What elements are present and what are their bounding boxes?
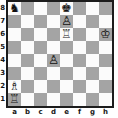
file-label-d: d [47,109,60,118]
white-rook[interactable]: ♖ [61,28,72,41]
square-f1[interactable] [73,93,86,106]
square-g8[interactable] [86,2,99,15]
square-c1[interactable] [34,93,47,106]
square-d3[interactable] [47,67,60,80]
square-d8[interactable] [47,2,60,15]
square-g3[interactable] [86,67,99,80]
file-label-b: b [21,109,34,118]
square-d2[interactable] [47,80,60,93]
square-h1[interactable] [99,93,112,106]
square-b2[interactable] [21,80,34,93]
square-f7[interactable] [73,15,86,28]
square-d1[interactable] [47,93,60,106]
square-d6[interactable] [47,28,60,41]
square-h7[interactable] [99,15,112,28]
square-g1[interactable] [86,93,99,106]
square-g2[interactable] [86,80,99,93]
square-e4[interactable] [60,54,73,67]
white-rook[interactable]: ♖ [9,93,20,106]
square-h5[interactable] [99,41,112,54]
square-a4[interactable] [8,54,21,67]
square-c8[interactable] [34,2,47,15]
square-b3[interactable] [21,67,34,80]
square-d7[interactable] [47,15,60,28]
file-label-e: e [60,109,73,118]
file-labels: abcdefgh [8,109,112,118]
square-f5[interactable] [73,41,86,54]
square-a6[interactable] [8,28,21,41]
square-c4[interactable] [34,54,47,67]
square-c3[interactable] [34,67,47,80]
square-e6[interactable]: ♖ [60,28,73,41]
square-c6[interactable] [34,28,47,41]
square-h6[interactable]: ♔ [99,28,112,41]
square-a5[interactable] [8,41,21,54]
square-f3[interactable] [73,67,86,80]
square-h3[interactable] [99,67,112,80]
square-h4[interactable] [99,54,112,67]
square-e1[interactable] [60,93,73,106]
square-b4[interactable] [21,54,34,67]
square-f6[interactable] [73,28,86,41]
square-g4[interactable] [86,54,99,67]
black-king[interactable]: ♚ [61,2,72,15]
square-g5[interactable] [86,41,99,54]
square-h2[interactable] [99,80,112,93]
white-pawn[interactable]: ♙ [48,54,59,67]
file-label-g: g [86,109,99,118]
square-b5[interactable] [21,41,34,54]
square-b7[interactable] [21,15,34,28]
square-f2[interactable] [73,80,86,93]
square-e2[interactable] [60,80,73,93]
square-d5[interactable] [47,41,60,54]
square-f8[interactable] [73,2,86,15]
square-a7[interactable] [8,15,21,28]
square-d4[interactable]: ♙ [47,54,60,67]
square-g7[interactable] [86,15,99,28]
square-e7[interactable]: ♙ [60,15,73,28]
square-b1[interactable] [21,93,34,106]
square-e8[interactable]: ♚ [60,2,73,15]
square-g6[interactable] [86,28,99,41]
square-a2[interactable]: ♗ [8,80,21,93]
white-bishop[interactable]: ♗ [9,80,20,93]
square-c5[interactable] [34,41,47,54]
square-c7[interactable] [34,15,47,28]
square-a3[interactable] [8,67,21,80]
file-label-c: c [34,109,47,118]
square-f4[interactable] [73,54,86,67]
square-e5[interactable] [60,41,73,54]
square-b8[interactable] [21,2,34,15]
square-h8[interactable] [99,2,112,15]
white-pawn[interactable]: ♙ [61,15,72,28]
file-label-a: a [8,109,21,118]
square-a1[interactable]: ♖ [8,93,21,106]
white-king[interactable]: ♔ [100,28,111,41]
square-c2[interactable] [34,80,47,93]
black-knight[interactable]: ♞ [9,2,20,15]
chess-board: ♞♚♙♖♔♙♗♖ [6,0,114,108]
square-b6[interactable] [21,28,34,41]
file-label-f: f [73,109,86,118]
square-e3[interactable] [60,67,73,80]
square-a8[interactable]: ♞ [8,2,21,15]
chess-diagram: 87654321 ♞♚♙♖♔♙♗♖ abcdefgh [0,0,118,118]
file-label-h: h [99,109,112,118]
